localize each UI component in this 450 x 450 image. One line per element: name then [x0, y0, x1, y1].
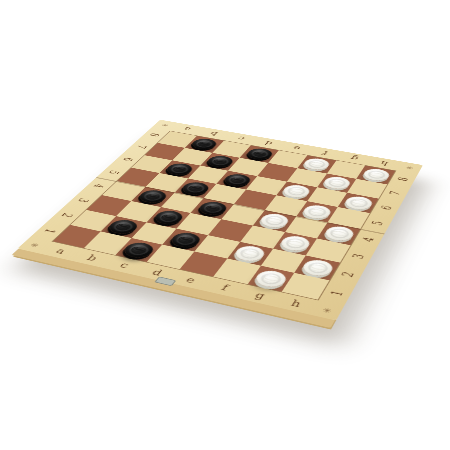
checkers-board: abcdefgh abcdefgh 12345678 12345678 ✳ ✳ … [17, 120, 422, 321]
white-piece-g1[interactable]: ⛀ [252, 268, 290, 289]
product-photo-scene: abcdefgh abcdefgh 12345678 12345678 ✳ ✳ … [0, 0, 450, 450]
